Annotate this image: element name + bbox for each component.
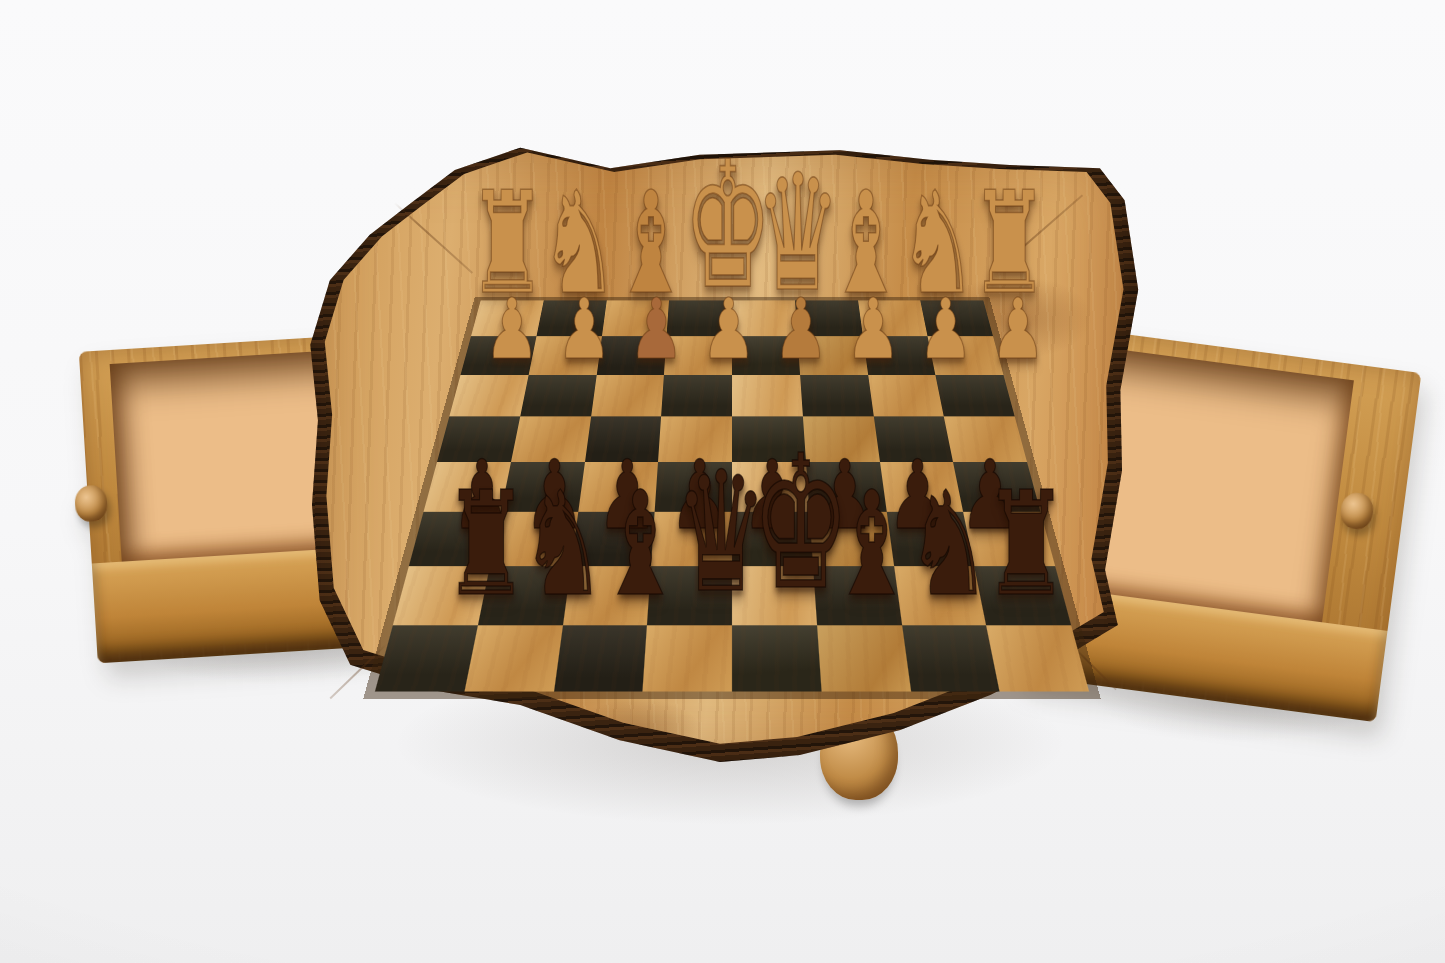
board-square bbox=[643, 626, 732, 692]
board-square bbox=[936, 375, 1015, 417]
board-square bbox=[528, 336, 601, 375]
board-square bbox=[797, 336, 867, 375]
board-square bbox=[732, 417, 806, 462]
board-square bbox=[858, 300, 928, 336]
board-square bbox=[928, 336, 1004, 375]
board-square bbox=[591, 375, 665, 417]
checkerboard bbox=[375, 300, 1089, 691]
board-square bbox=[602, 300, 670, 336]
board-frame bbox=[363, 297, 1101, 699]
board-square bbox=[902, 626, 1000, 692]
board-square bbox=[862, 336, 935, 375]
board-square bbox=[424, 462, 511, 512]
chess-board bbox=[295, 140, 1145, 780]
board-square bbox=[478, 566, 571, 626]
board-square bbox=[596, 336, 666, 375]
board-square bbox=[732, 626, 821, 692]
board-square bbox=[809, 512, 893, 566]
board-square bbox=[661, 375, 732, 417]
board-square bbox=[886, 512, 974, 566]
board-square bbox=[585, 417, 662, 462]
board-square bbox=[873, 417, 953, 462]
board-square bbox=[813, 566, 902, 626]
board-square bbox=[578, 462, 658, 512]
board-square bbox=[664, 336, 732, 375]
board-square bbox=[536, 300, 606, 336]
board-square bbox=[647, 566, 732, 626]
board-square bbox=[667, 300, 732, 336]
board-square bbox=[655, 462, 732, 512]
board-square bbox=[501, 462, 585, 512]
board-square bbox=[963, 512, 1055, 566]
board-square bbox=[880, 462, 964, 512]
board-square bbox=[803, 417, 880, 462]
board-square bbox=[732, 300, 797, 336]
board-square bbox=[449, 375, 528, 417]
board-square bbox=[553, 626, 647, 692]
board-square bbox=[520, 375, 596, 417]
board-square bbox=[732, 512, 813, 566]
board-square bbox=[795, 300, 863, 336]
board-square bbox=[393, 566, 490, 626]
board-square bbox=[471, 300, 543, 336]
board-square bbox=[570, 512, 654, 566]
board-square bbox=[817, 626, 911, 692]
board-square bbox=[974, 566, 1071, 626]
board-square bbox=[437, 417, 520, 462]
board-square bbox=[944, 417, 1027, 462]
board-square bbox=[732, 462, 809, 512]
board-square bbox=[490, 512, 578, 566]
board-square bbox=[651, 512, 732, 566]
board-square bbox=[658, 417, 732, 462]
board-square bbox=[461, 336, 537, 375]
board-square bbox=[732, 375, 803, 417]
board-square bbox=[409, 512, 501, 566]
board-square bbox=[375, 626, 478, 692]
product-photo: ♜ ♞ ♝ ♚ ♛ ♝ ♞ ♜ ♟ ♟ ♟ ♟ ♟ ♟ ♟ ♟ ♟ ♟ ♟ ♟ … bbox=[0, 0, 1445, 963]
board-square bbox=[732, 336, 800, 375]
board-square bbox=[868, 375, 944, 417]
board-square bbox=[920, 300, 992, 336]
board-square bbox=[953, 462, 1040, 512]
board-square bbox=[806, 462, 886, 512]
board-square bbox=[800, 375, 874, 417]
board-square bbox=[986, 626, 1089, 692]
board-square bbox=[511, 417, 591, 462]
board-square bbox=[562, 566, 651, 626]
board-square bbox=[464, 626, 562, 692]
board-square bbox=[732, 566, 817, 626]
board-square bbox=[894, 566, 987, 626]
